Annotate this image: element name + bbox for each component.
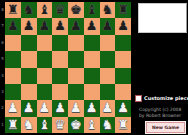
square-c5[interactable] [37, 51, 53, 67]
square-b6[interactable] [21, 35, 37, 51]
square-a8[interactable]: ♜ [5, 2, 21, 18]
square-e3[interactable] [68, 84, 84, 100]
square-e5[interactable] [68, 51, 84, 67]
square-h5[interactable] [115, 51, 131, 67]
square-f5[interactable] [84, 51, 100, 67]
white-queen-icon[interactable]: ♛ [52, 117, 68, 133]
black-pawn-icon[interactable]: ♟ [84, 18, 100, 34]
square-g3[interactable] [100, 84, 116, 100]
white-knight-icon[interactable]: ♞ [21, 117, 37, 133]
black-knight-icon[interactable]: ♞ [21, 2, 37, 18]
square-f6[interactable] [84, 35, 100, 51]
customize-checkbox[interactable] [135, 95, 142, 102]
square-d4[interactable] [52, 68, 68, 84]
black-rook-icon[interactable]: ♜ [115, 2, 131, 18]
square-f2[interactable]: ♟ [84, 100, 100, 116]
customize-label: Customize pieces [144, 95, 188, 101]
white-bishop-icon[interactable]: ♝ [84, 117, 100, 133]
white-pawn-icon[interactable]: ♟ [5, 100, 21, 116]
square-c4[interactable] [37, 68, 53, 84]
square-b5[interactable] [21, 51, 37, 67]
white-rook-icon[interactable]: ♜ [5, 117, 21, 133]
square-c7[interactable]: ♟ [37, 18, 53, 34]
square-g4[interactable] [100, 68, 116, 84]
black-rook-icon[interactable]: ♜ [5, 2, 21, 18]
square-g1[interactable]: ♞ [100, 117, 116, 133]
black-pawn-icon[interactable]: ♟ [100, 18, 116, 34]
square-g7[interactable]: ♟ [100, 18, 116, 34]
black-bishop-icon[interactable]: ♝ [37, 2, 53, 18]
customize-pieces-control[interactable]: Customize pieces [135, 94, 188, 102]
black-pawn-icon[interactable]: ♟ [52, 18, 68, 34]
square-e2[interactable]: ♟ [68, 100, 84, 116]
copyright-text: Copyright (c) 2008 by Robert Browner [139, 107, 181, 118]
black-pawn-icon[interactable]: ♟ [21, 18, 37, 34]
square-b3[interactable] [21, 84, 37, 100]
square-c2[interactable]: ♟ [37, 100, 53, 116]
black-queen-icon[interactable]: ♛ [52, 2, 68, 18]
square-d8[interactable]: ♛ [52, 2, 68, 18]
white-pawn-icon[interactable]: ♟ [68, 100, 84, 116]
chess-app: 87654321 ♜♞♝♛♚♝♞♜♟♟♟♟♟♟♟♟♟♟♟♟♟♟♟♟♜♞♝♛♚♝♞… [0, 0, 188, 135]
square-e1[interactable]: ♚ [68, 117, 84, 133]
square-h1[interactable]: ♜ [115, 117, 131, 133]
square-b2[interactable]: ♟ [21, 100, 37, 116]
square-a3[interactable] [5, 84, 21, 100]
square-f1[interactable]: ♝ [84, 117, 100, 133]
black-pawn-icon[interactable]: ♟ [115, 18, 131, 34]
square-f8[interactable]: ♝ [84, 2, 100, 18]
white-pawn-icon[interactable]: ♟ [100, 100, 116, 116]
white-pawn-icon[interactable]: ♟ [115, 100, 131, 116]
square-a7[interactable]: ♟ [5, 18, 21, 34]
white-knight-icon[interactable]: ♞ [100, 117, 116, 133]
white-king-icon[interactable]: ♚ [68, 117, 84, 133]
copyright-line-1: Copyright (c) 2008 [139, 107, 181, 113]
square-a6[interactable] [5, 35, 21, 51]
square-f7[interactable]: ♟ [84, 18, 100, 34]
square-b4[interactable] [21, 68, 37, 84]
square-e7[interactable]: ♟ [68, 18, 84, 34]
chess-board[interactable]: ♜♞♝♛♚♝♞♜♟♟♟♟♟♟♟♟♟♟♟♟♟♟♟♟♜♞♝♛♚♝♞♜ [5, 2, 131, 133]
square-d2[interactable]: ♟ [52, 100, 68, 116]
square-c3[interactable] [37, 84, 53, 100]
square-b1[interactable]: ♞ [21, 117, 37, 133]
square-d3[interactable] [52, 84, 68, 100]
square-a2[interactable]: ♟ [5, 100, 21, 116]
square-h4[interactable] [115, 68, 131, 84]
square-a5[interactable] [5, 51, 21, 67]
square-g8[interactable]: ♞ [100, 2, 116, 18]
black-king-icon[interactable]: ♚ [68, 2, 84, 18]
square-d5[interactable] [52, 51, 68, 67]
square-d7[interactable]: ♟ [52, 18, 68, 34]
square-g6[interactable] [100, 35, 116, 51]
black-bishop-icon[interactable]: ♝ [84, 2, 100, 18]
square-h2[interactable]: ♟ [115, 100, 131, 116]
black-pawn-icon[interactable]: ♟ [68, 18, 84, 34]
white-bishop-icon[interactable]: ♝ [37, 117, 53, 133]
black-pawn-icon[interactable]: ♟ [37, 18, 53, 34]
white-pawn-icon[interactable]: ♟ [52, 100, 68, 116]
square-e8[interactable]: ♚ [68, 2, 84, 18]
square-h7[interactable]: ♟ [115, 18, 131, 34]
square-g2[interactable]: ♟ [100, 100, 116, 116]
square-g5[interactable] [100, 51, 116, 67]
copyright-line-2: by Robert Browner [139, 113, 181, 119]
square-c6[interactable] [37, 35, 53, 51]
square-c1[interactable]: ♝ [37, 117, 53, 133]
square-h8[interactable]: ♜ [115, 2, 131, 18]
square-e4[interactable] [68, 68, 84, 84]
square-e6[interactable] [68, 35, 84, 51]
square-d1[interactable]: ♛ [52, 117, 68, 133]
new-game-button[interactable]: New Game [146, 122, 185, 133]
black-knight-icon[interactable]: ♞ [100, 2, 116, 18]
square-d6[interactable] [52, 35, 68, 51]
square-a4[interactable] [5, 68, 21, 84]
white-rook-icon[interactable]: ♜ [115, 117, 131, 133]
square-h3[interactable] [115, 84, 131, 100]
white-pawn-icon[interactable]: ♟ [21, 100, 37, 116]
white-pawn-icon[interactable]: ♟ [84, 100, 100, 116]
square-f4[interactable] [84, 68, 100, 84]
square-f3[interactable] [84, 84, 100, 100]
white-pawn-icon[interactable]: ♟ [37, 100, 53, 116]
square-a1[interactable]: ♜ [5, 117, 21, 133]
square-b7[interactable]: ♟ [21, 18, 37, 34]
square-b8[interactable]: ♞ [21, 2, 37, 18]
square-h6[interactable] [115, 35, 131, 51]
message-box [138, 3, 187, 33]
black-pawn-icon[interactable]: ♟ [5, 18, 21, 34]
square-c8[interactable]: ♝ [37, 2, 53, 18]
